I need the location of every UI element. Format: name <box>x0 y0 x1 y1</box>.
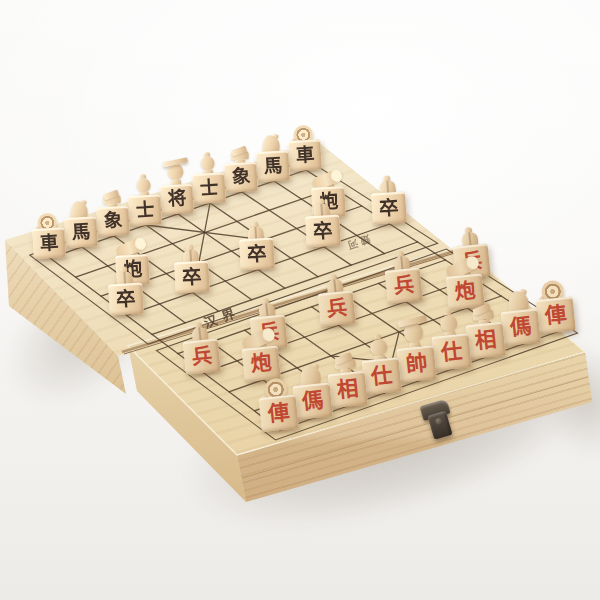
piece-base: 相 <box>327 370 367 408</box>
piece-char: 象 <box>103 211 123 231</box>
piece-red-soldier[interactable]: 兵 <box>315 273 355 327</box>
piece-black-elephant[interactable]: 象 <box>223 147 258 193</box>
piece-base: 卒 <box>371 192 406 225</box>
piece-base: 卒 <box>108 283 143 316</box>
piece-black-chariot[interactable]: 車 <box>31 208 66 259</box>
piece-char: 仕 <box>440 340 464 364</box>
latch-body-icon <box>427 410 452 439</box>
piece-base: 炮 <box>446 273 485 310</box>
piece-char: 傌 <box>509 316 533 340</box>
piece-char: 卒 <box>181 267 202 288</box>
piece-red-elephant[interactable]: 相 <box>326 352 368 407</box>
piece-black-horse[interactable]: 馬 <box>255 130 290 182</box>
piece-base: 兵 <box>317 291 356 327</box>
piece-base: 士 <box>128 195 162 226</box>
piece-char: 車 <box>295 145 315 165</box>
piece-char: 卒 <box>313 221 334 242</box>
piece-black-general[interactable]: 将 <box>159 159 194 215</box>
piece-black-soldier[interactable]: 卒 <box>304 197 340 247</box>
piece-char: 車 <box>39 233 59 253</box>
piece-base: 卒 <box>174 261 209 294</box>
piece-base: 傌 <box>293 382 333 420</box>
piece-red-elephant[interactable]: 相 <box>464 303 506 358</box>
piece-char: 炮 <box>454 280 477 303</box>
piece-base: 兵 <box>385 268 424 304</box>
piece-red-soldier[interactable]: 兵 <box>180 320 220 374</box>
piece-red-cannon[interactable]: 炮 <box>444 259 485 310</box>
piece-black-chariot[interactable]: 車 <box>287 120 322 171</box>
general-carving <box>162 159 189 187</box>
piece-base: 士 <box>192 173 226 204</box>
piece-black-soldier[interactable]: 卒 <box>173 243 209 293</box>
piece-base: 将 <box>160 184 194 215</box>
piece-base: 象 <box>96 206 130 237</box>
piece-black-soldier[interactable]: 卒 <box>238 220 274 270</box>
piece-char: 卒 <box>115 289 136 310</box>
piece-black-soldier[interactable]: 卒 <box>370 175 406 225</box>
piece-base: 車 <box>32 228 66 259</box>
piece-base: 仕 <box>362 358 402 396</box>
piece-base: 馬 <box>256 151 290 182</box>
piece-char: 卒 <box>378 198 399 219</box>
piece-base: 象 <box>224 162 258 193</box>
piece-black-horse[interactable]: 馬 <box>63 196 98 248</box>
piece-base: 馬 <box>64 217 98 248</box>
piece-black-advisor[interactable]: 士 <box>127 173 162 226</box>
piece-char: 兵 <box>325 298 347 320</box>
piece-char: 馬 <box>263 156 283 176</box>
piece-char: 卒 <box>247 244 268 265</box>
advisor-carving <box>439 309 458 338</box>
piece-char: 士 <box>199 178 219 198</box>
piece-base: 相 <box>466 321 506 359</box>
piece-char: 相 <box>474 328 498 352</box>
piece-base: 兵 <box>182 339 221 375</box>
piece-char: 俥 <box>543 303 567 327</box>
piece-base: 傌 <box>500 309 540 347</box>
product-photo-scene: 汉界 楚河 車馬象士将士象馬車炮炮卒卒卒卒卒兵兵兵兵兵炮炮俥傌相仕帥仕相傌俥 <box>0 0 600 600</box>
piece-char: 仕 <box>370 365 394 389</box>
piece-char: 兵 <box>190 345 212 367</box>
piece-char: 俥 <box>266 401 290 425</box>
piece-red-soldier[interactable]: 兵 <box>383 249 423 303</box>
piece-base: 仕 <box>431 333 471 371</box>
pieces-layer: 車馬象士将士象馬車炮炮卒卒卒卒卒兵兵兵兵兵炮炮俥傌相仕帥仕相傌俥 <box>0 0 600 600</box>
piece-char: 馬 <box>71 222 91 242</box>
piece-char: 象 <box>231 167 251 187</box>
piece-base: 車 <box>288 140 322 171</box>
piece-red-horse[interactable]: 傌 <box>498 285 541 346</box>
piece-black-advisor[interactable]: 士 <box>191 151 226 204</box>
piece-char: 兵 <box>393 274 415 296</box>
piece-char: 帥 <box>405 352 429 376</box>
piece-base: 俥 <box>535 296 575 334</box>
piece-char: 炮 <box>250 352 273 375</box>
piece-base: 帥 <box>397 345 437 383</box>
piece-char: 傌 <box>301 389 325 413</box>
piece-char: 相 <box>336 377 360 401</box>
piece-black-soldier[interactable]: 卒 <box>107 266 143 316</box>
piece-base: 卒 <box>305 215 340 248</box>
piece-char: 士 <box>135 200 155 220</box>
piece-red-chariot[interactable]: 俥 <box>256 372 299 432</box>
piece-base: 俥 <box>258 394 298 432</box>
piece-char: 将 <box>167 189 187 209</box>
piece-base: 卒 <box>239 238 274 271</box>
piece-black-elephant[interactable]: 象 <box>95 191 130 237</box>
